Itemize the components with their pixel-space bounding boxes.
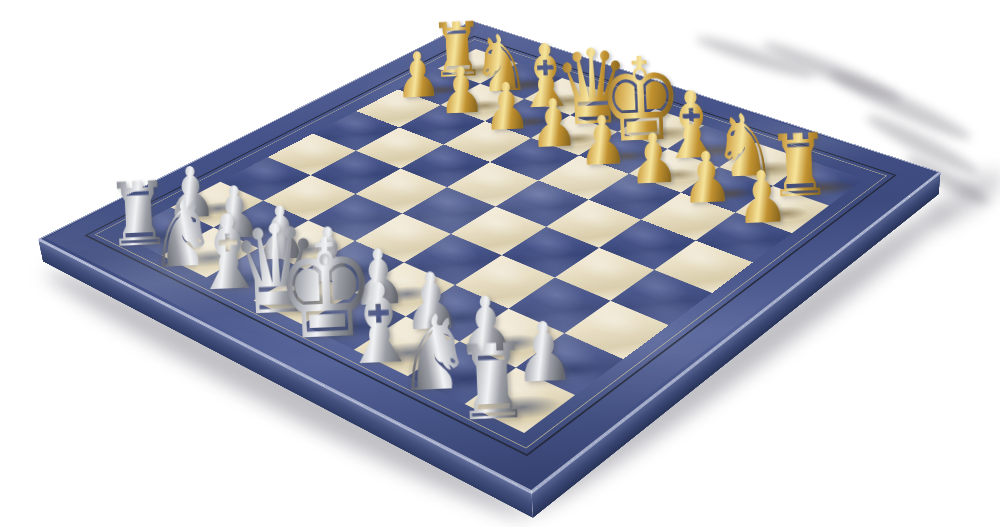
- board-squares: ♜♞♝♛♚♝♞♜♟♟♟♟♟♟♟♟♟♟♟♟♟♟♟♟♜♞♝♛♚♝♞♜: [119, 49, 865, 433]
- camera-tilt: ♜♞♝♛♚♝♞♜♟♟♟♟♟♟♟♟♟♟♟♟♟♟♟♟♜♞♝♛♚♝♞♜: [0, 0, 1000, 527]
- chess-set-photo: ♜♞♝♛♚♝♞♜♟♟♟♟♟♟♟♟♟♟♟♟♟♟♟♟♜♞♝♛♚♝♞♜: [0, 0, 1000, 527]
- piece-black-pawn-e7: ♟: [576, 106, 629, 176]
- chess-board: ♜♞♝♛♚♝♞♜♟♟♟♟♟♟♟♟♟♟♟♟♟♟♟♟♜♞♝♛♚♝♞♜: [38, 21, 941, 493]
- board-top-face: ♜♞♝♛♚♝♞♜♟♟♟♟♟♟♟♟♟♟♟♟♟♟♟♟♜♞♝♛♚♝♞♜: [38, 21, 941, 493]
- piece-black-pawn-h7: ♟: [734, 161, 790, 235]
- piece-black-pawn-d7: ♟: [528, 89, 580, 157]
- perspective-container: ♜♞♝♛♚♝♞♜♟♟♟♟♟♟♟♟♟♟♟♟♟♟♟♟♜♞♝♛♚♝♞♜: [0, 0, 1000, 527]
- piece-white-rook-h1: ♜: [452, 329, 533, 436]
